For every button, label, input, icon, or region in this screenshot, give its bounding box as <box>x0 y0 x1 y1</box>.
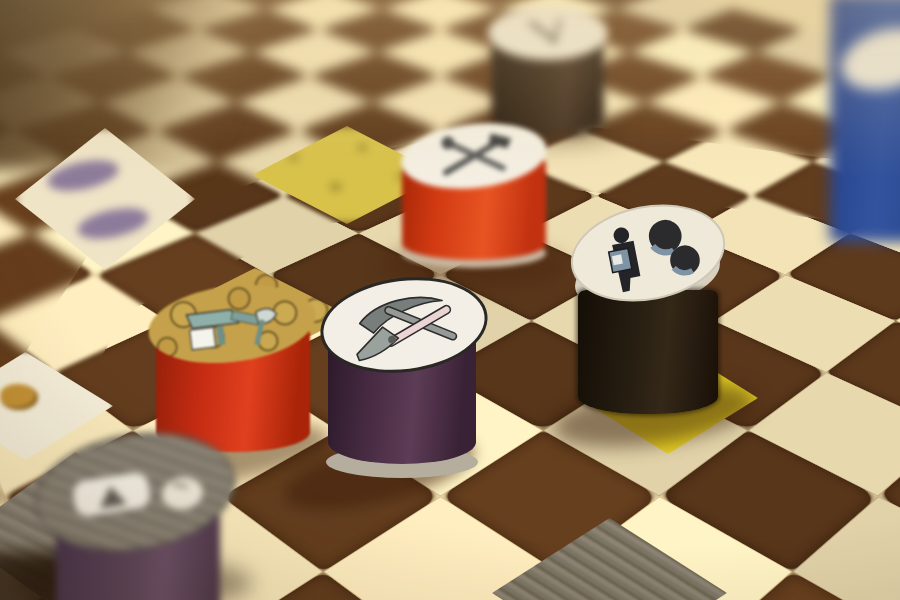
purple-tools-token[interactable] <box>318 276 484 480</box>
token-top <box>488 6 608 60</box>
faint-tools-icon <box>498 12 599 54</box>
tent-sack-icon <box>46 436 224 548</box>
token-body <box>578 290 718 414</box>
purple-camp-token[interactable] <box>34 434 234 600</box>
blue-token[interactable] <box>824 0 900 246</box>
purple-dot-icon <box>75 203 151 244</box>
red-cart-token[interactable] <box>146 284 318 456</box>
black-miner-token[interactable] <box>570 206 724 418</box>
pickaxe-trowel-icon <box>332 283 475 368</box>
photo-scene <box>0 0 900 600</box>
gold-nugget-icon <box>0 384 38 410</box>
red-hammers-token[interactable] <box>398 122 550 270</box>
table-corner <box>0 0 300 170</box>
